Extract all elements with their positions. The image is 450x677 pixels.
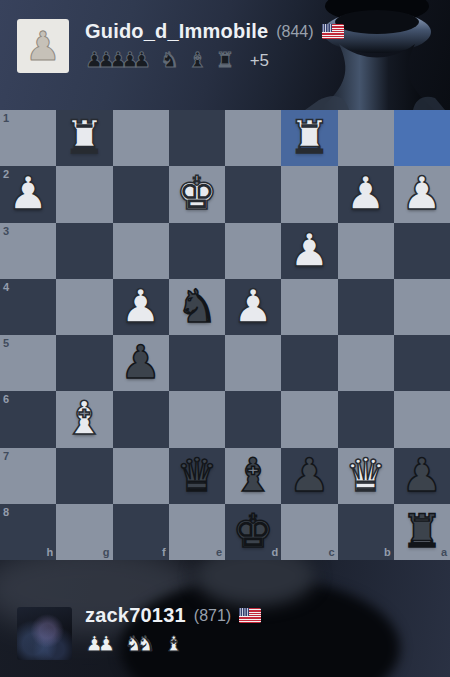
square-g4[interactable] <box>56 279 112 335</box>
black-bishop-d7: ♝ <box>233 452 274 498</box>
white-rook-c1: ♜ <box>289 114 330 160</box>
square-g5[interactable] <box>56 335 112 391</box>
square-h1[interactable]: 1 <box>0 110 56 166</box>
square-f6[interactable] <box>113 391 169 447</box>
square-h8[interactable]: 8h <box>0 504 56 560</box>
captured-white-knights-icon: ♞♞ <box>125 634 156 655</box>
captured-white-pawns-icon: ♟♟ <box>85 634 116 655</box>
white-pawn-d4: ♟ <box>233 283 274 329</box>
square-a5[interactable] <box>394 335 450 391</box>
file-label-b: b <box>384 546 391 558</box>
square-c7[interactable]: ♟ <box>281 448 337 504</box>
square-d7[interactable]: ♝ <box>225 448 281 504</box>
rank-label-6: 6 <box>3 393 9 405</box>
black-knight-e4: ♞ <box>176 283 217 329</box>
top-player-avatar[interactable]: ♟ <box>17 19 69 73</box>
square-h4[interactable]: 4 <box>0 279 56 335</box>
square-d4[interactable]: ♟ <box>225 279 281 335</box>
rank-label-8: 8 <box>3 506 9 518</box>
file-label-e: e <box>216 546 222 558</box>
black-pawn-f5: ♟ <box>120 339 161 385</box>
square-b2[interactable]: ♟ <box>338 166 394 222</box>
square-g7[interactable] <box>56 448 112 504</box>
square-b3[interactable] <box>338 223 394 279</box>
us-flag-icon <box>322 24 344 39</box>
top-player-rating: (844) <box>276 23 313 41</box>
white-pawn-a2: ♟ <box>401 170 442 216</box>
square-f8[interactable]: f <box>113 504 169 560</box>
square-e3[interactable] <box>169 223 225 279</box>
black-pawn-a7: ♟ <box>401 452 442 498</box>
square-f3[interactable] <box>113 223 169 279</box>
black-pawn-c7: ♟ <box>289 452 330 498</box>
square-g1[interactable]: ♜ <box>56 110 112 166</box>
square-g8[interactable]: g <box>56 504 112 560</box>
square-h6[interactable]: 6 <box>0 391 56 447</box>
rank-label-1: 1 <box>3 112 9 124</box>
square-b4[interactable] <box>338 279 394 335</box>
square-b6[interactable] <box>338 391 394 447</box>
square-h3[interactable]: 3 <box>0 223 56 279</box>
square-f1[interactable] <box>113 110 169 166</box>
square-g2[interactable] <box>56 166 112 222</box>
square-f4[interactable]: ♟ <box>113 279 169 335</box>
bottom-player-rating: (871) <box>194 607 231 625</box>
chess-board: 1♜♜2♟♚♟♟3♟4♟♞♟5♟6♝7♛♝♟♛♟8hgfed♚cba♜ <box>0 110 450 560</box>
square-b1[interactable] <box>338 110 394 166</box>
top-player-name: Guido_d_Immobile <box>85 20 268 43</box>
file-label-h: h <box>47 546 54 558</box>
square-f5[interactable]: ♟ <box>113 335 169 391</box>
white-pawn-f4: ♟ <box>120 283 161 329</box>
white-king-e2: ♚ <box>176 170 217 216</box>
square-e1[interactable] <box>169 110 225 166</box>
us-flag-icon <box>239 608 261 623</box>
bottom-captured-pieces: ♟♟ ♞♞ ♝ <box>85 634 450 655</box>
square-d6[interactable] <box>225 391 281 447</box>
square-a7[interactable]: ♟ <box>394 448 450 504</box>
square-e5[interactable] <box>169 335 225 391</box>
bottom-player-avatar-image <box>17 607 72 660</box>
square-a6[interactable] <box>394 391 450 447</box>
square-e4[interactable]: ♞ <box>169 279 225 335</box>
captured-white-bishop-icon: ♝ <box>164 634 183 655</box>
square-d3[interactable] <box>225 223 281 279</box>
square-a4[interactable] <box>394 279 450 335</box>
bottom-player-name: zack70131 <box>85 604 186 627</box>
square-h5[interactable]: 5 <box>0 335 56 391</box>
white-rook-g1: ♜ <box>64 114 105 160</box>
white-pawn-h2: ♟ <box>8 170 49 216</box>
square-f7[interactable] <box>113 448 169 504</box>
rank-label-5: 5 <box>3 337 9 349</box>
square-c1[interactable]: ♜ <box>281 110 337 166</box>
bottom-player-avatar[interactable] <box>17 607 72 660</box>
square-a1[interactable] <box>394 110 450 166</box>
square-a8[interactable]: a♜ <box>394 504 450 560</box>
square-c8[interactable]: c <box>281 504 337 560</box>
captured-black-rook-icon: ♜ <box>216 50 235 71</box>
captured-black-knight-icon: ♞ <box>160 50 179 71</box>
square-d5[interactable] <box>225 335 281 391</box>
captured-black-bishop-icon: ♝ <box>188 50 207 71</box>
square-b7[interactable]: ♛ <box>338 448 394 504</box>
black-king-d8: ♚ <box>233 508 274 554</box>
rank-label-3: 3 <box>3 225 9 237</box>
square-b8[interactable]: b <box>338 504 394 560</box>
black-rook-a8: ♜ <box>401 508 442 554</box>
file-label-f: f <box>162 546 166 558</box>
file-label-g: g <box>103 546 110 558</box>
square-d1[interactable] <box>225 110 281 166</box>
square-b5[interactable] <box>338 335 394 391</box>
top-player-bar: ♟ Guido_d_Immobile (844) ♟♟♟♟♟ ♞ ♝ ♜ +5 <box>0 0 450 110</box>
square-c2[interactable] <box>281 166 337 222</box>
file-label-c: c <box>328 546 334 558</box>
top-captured-pieces: ♟♟♟♟♟ ♞ ♝ ♜ +5 <box>85 50 450 71</box>
square-h2[interactable]: 2♟ <box>0 166 56 222</box>
square-c3[interactable]: ♟ <box>281 223 337 279</box>
white-bishop-g6: ♝ <box>64 395 105 441</box>
square-d2[interactable] <box>225 166 281 222</box>
square-c5[interactable] <box>281 335 337 391</box>
white-pawn-c3: ♟ <box>289 227 330 273</box>
square-e6[interactable] <box>169 391 225 447</box>
square-h7[interactable]: 7 <box>0 448 56 504</box>
square-g6[interactable]: ♝ <box>56 391 112 447</box>
top-player-info: Guido_d_Immobile (844) ♟♟♟♟♟ ♞ ♝ ♜ +5 <box>85 20 450 71</box>
bottom-player-bar: zack70131 (871) ♟♟ ♞♞ ♝ <box>0 560 450 677</box>
square-e7[interactable]: ♛ <box>169 448 225 504</box>
square-a2[interactable]: ♟ <box>394 166 450 222</box>
square-g3[interactable] <box>56 223 112 279</box>
bottom-player-info: zack70131 (871) ♟♟ ♞♞ ♝ <box>85 604 450 655</box>
rank-label-4: 4 <box>3 281 9 293</box>
square-d8[interactable]: d♚ <box>225 504 281 560</box>
square-a3[interactable] <box>394 223 450 279</box>
square-e2[interactable]: ♚ <box>169 166 225 222</box>
rank-label-7: 7 <box>3 450 9 462</box>
captured-black-pawns-icon: ♟♟♟♟♟ <box>85 50 151 71</box>
square-e8[interactable]: e <box>169 504 225 560</box>
square-c4[interactable] <box>281 279 337 335</box>
chess-app: ♟ Guido_d_Immobile (844) ♟♟♟♟♟ ♞ ♝ ♜ +5 … <box>0 0 450 677</box>
white-pawn-b2: ♟ <box>345 170 386 216</box>
white-queen-b7: ♛ <box>345 452 386 498</box>
material-advantage: +5 <box>250 52 269 69</box>
square-c6[interactable] <box>281 391 337 447</box>
square-f2[interactable] <box>113 166 169 222</box>
white-pawn-avatar-icon: ♟ <box>25 26 61 66</box>
black-queen-e7: ♛ <box>176 452 217 498</box>
